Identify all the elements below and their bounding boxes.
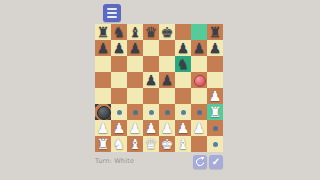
legal-move-dot[interactable] xyxy=(197,110,202,115)
white-pawn[interactable]: ♟ xyxy=(159,120,175,136)
black-pawn[interactable]: ♟ xyxy=(127,40,143,56)
black-rook[interactable]: ♜ xyxy=(207,24,223,40)
white-knight[interactable]: ♞ xyxy=(111,136,127,152)
black-pawn[interactable]: ♟ xyxy=(175,40,191,56)
square-e8[interactable]: ♚ xyxy=(159,24,175,40)
square-f2[interactable]: ♟ xyxy=(175,120,191,136)
confirm-button[interactable]: ✓ xyxy=(209,155,223,169)
square-f8[interactable] xyxy=(175,24,191,40)
square-c7[interactable]: ♟ xyxy=(127,40,143,56)
square-g3[interactable] xyxy=(191,104,207,120)
square-a3[interactable] xyxy=(95,104,111,120)
dark-ball[interactable] xyxy=(97,106,111,120)
black-queen[interactable]: ♛ xyxy=(143,24,159,40)
square-e5[interactable]: ♟ xyxy=(159,72,175,88)
black-knight[interactable]: ♞ xyxy=(111,24,127,40)
legal-move-dot[interactable] xyxy=(165,110,170,115)
square-d5[interactable]: ♟ xyxy=(143,72,159,88)
black-bishop[interactable]: ♝ xyxy=(127,24,143,40)
black-pawn[interactable]: ♟ xyxy=(95,40,111,56)
black-king[interactable]: ♚ xyxy=(159,24,175,40)
legal-move-dot[interactable] xyxy=(117,110,122,115)
square-f4[interactable] xyxy=(175,88,191,104)
white-pawn[interactable]: ♟ xyxy=(143,120,159,136)
square-h7[interactable]: ♟ xyxy=(207,40,223,56)
square-f7[interactable]: ♟ xyxy=(175,40,191,56)
square-b6[interactable] xyxy=(111,56,127,72)
square-b2[interactable]: ♟ xyxy=(111,120,127,136)
square-b3[interactable] xyxy=(111,104,127,120)
black-knight[interactable]: ♞ xyxy=(175,56,191,72)
square-e1[interactable]: ♚ xyxy=(159,136,175,152)
square-d8[interactable]: ♛ xyxy=(143,24,159,40)
square-a2[interactable]: ♟ xyxy=(95,120,111,136)
square-c6[interactable] xyxy=(127,56,143,72)
square-e4[interactable] xyxy=(159,88,175,104)
white-pawn[interactable]: ♟ xyxy=(191,120,207,136)
square-e7[interactable] xyxy=(159,40,175,56)
restart-button[interactable] xyxy=(193,155,207,169)
legal-move-dot[interactable] xyxy=(133,110,138,115)
square-a6[interactable] xyxy=(95,56,111,72)
black-pawn[interactable]: ♟ xyxy=(207,40,223,56)
white-queen[interactable]: ♛ xyxy=(143,136,159,152)
legal-move-dot[interactable] xyxy=(213,126,218,131)
white-pawn[interactable]: ♟ xyxy=(127,120,143,136)
legal-move-dot[interactable] xyxy=(213,142,218,147)
check-icon: ✓ xyxy=(212,155,220,169)
square-b1[interactable]: ♞ xyxy=(111,136,127,152)
square-c2[interactable]: ♟ xyxy=(127,120,143,136)
square-b4[interactable] xyxy=(111,88,127,104)
white-pawn[interactable]: ♟ xyxy=(207,88,223,104)
square-c3[interactable] xyxy=(127,104,143,120)
black-pawn[interactable]: ♟ xyxy=(143,72,159,88)
square-g6[interactable] xyxy=(191,56,207,72)
square-f1[interactable]: ♝ xyxy=(175,136,191,152)
square-c8[interactable]: ♝ xyxy=(127,24,143,40)
square-d3[interactable] xyxy=(143,104,159,120)
square-a4[interactable] xyxy=(95,88,111,104)
square-c1[interactable]: ♝ xyxy=(127,136,143,152)
square-b5[interactable] xyxy=(111,72,127,88)
square-a1[interactable]: ♜ xyxy=(95,136,111,152)
menu-button[interactable] xyxy=(103,4,121,22)
black-pawn[interactable]: ♟ xyxy=(191,40,207,56)
square-h2[interactable] xyxy=(207,120,223,136)
red-ball[interactable] xyxy=(194,75,206,87)
square-h8[interactable]: ♜ xyxy=(207,24,223,40)
white-bishop[interactable]: ♝ xyxy=(127,136,143,152)
legal-move-dot[interactable] xyxy=(181,110,186,115)
square-c4[interactable] xyxy=(127,88,143,104)
square-h1[interactable] xyxy=(207,136,223,152)
square-f3[interactable] xyxy=(175,104,191,120)
square-d1[interactable]: ♛ xyxy=(143,136,159,152)
white-bishop[interactable]: ♝ xyxy=(175,136,191,152)
square-a8[interactable]: ♜ xyxy=(95,24,111,40)
square-b8[interactable]: ♞ xyxy=(111,24,127,40)
square-b7[interactable]: ♟ xyxy=(111,40,127,56)
square-d2[interactable]: ♟ xyxy=(143,120,159,136)
black-pawn[interactable]: ♟ xyxy=(111,40,127,56)
refresh-icon xyxy=(194,156,205,167)
white-pawn[interactable]: ♟ xyxy=(111,120,127,136)
square-h5[interactable] xyxy=(207,72,223,88)
square-g8[interactable] xyxy=(191,24,207,40)
square-g4[interactable] xyxy=(191,88,207,104)
square-a5[interactable] xyxy=(95,72,111,88)
app-background: { "game": "chess", "header": { "menu_ico… xyxy=(0,0,320,180)
white-rook[interactable]: ♜ xyxy=(95,136,111,152)
square-d7[interactable] xyxy=(143,40,159,56)
square-h4[interactable]: ♟ xyxy=(207,88,223,104)
square-c5[interactable] xyxy=(127,72,143,88)
square-e3[interactable] xyxy=(159,104,175,120)
white-rook[interactable]: ♜ xyxy=(207,104,223,120)
square-e6[interactable] xyxy=(159,56,175,72)
square-a7[interactable]: ♟ xyxy=(95,40,111,56)
chess-board[interactable]: ♜♞♝♛♚♜♟♟♟♟♟♟♞♟♟♟♜♟♟♟♟♟♟♟♜♞♝♛♚♝ xyxy=(95,24,223,152)
black-pawn[interactable]: ♟ xyxy=(159,72,175,88)
white-king[interactable]: ♚ xyxy=(159,136,175,152)
square-f6[interactable]: ♞ xyxy=(175,56,191,72)
square-f5[interactable] xyxy=(175,72,191,88)
square-g7[interactable]: ♟ xyxy=(191,40,207,56)
square-h3[interactable]: ♜ xyxy=(207,104,223,120)
square-e2[interactable]: ♟ xyxy=(159,120,175,136)
black-rook[interactable]: ♜ xyxy=(95,24,111,40)
legal-move-dot[interactable] xyxy=(149,110,154,115)
square-h6[interactable] xyxy=(207,56,223,72)
game-stage: ♜♞♝♛♚♜♟♟♟♟♟♟♞♟♟♟♜♟♟♟♟♟♟♟♜♞♝♛♚♝ Turn: Whi… xyxy=(0,0,320,180)
square-g1[interactable] xyxy=(191,136,207,152)
square-d6[interactable] xyxy=(143,56,159,72)
square-g5[interactable] xyxy=(191,72,207,88)
square-d4[interactable] xyxy=(143,88,159,104)
white-pawn[interactable]: ♟ xyxy=(95,120,111,136)
turn-indicator: Turn: White xyxy=(95,157,134,165)
square-g2[interactable]: ♟ xyxy=(191,120,207,136)
white-pawn[interactable]: ♟ xyxy=(175,120,191,136)
